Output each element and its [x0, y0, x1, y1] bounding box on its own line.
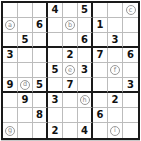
sudoku-cell[interactable]: 3 [3, 48, 18, 63]
given-digit: 3 [52, 95, 59, 105]
circled-letter-marker: d [20, 80, 30, 90]
sudoku-cell[interactable] [123, 63, 138, 78]
given-digit: 5 [22, 35, 29, 45]
sudoku-cell[interactable]: f [108, 63, 123, 78]
given-digit: 7 [67, 80, 74, 90]
sudoku-cell[interactable] [123, 108, 138, 123]
sudoku-cell[interactable] [93, 93, 108, 108]
sudoku-cell[interactable] [123, 18, 138, 33]
sudoku-cell[interactable]: 3 [123, 78, 138, 93]
sudoku-cell[interactable]: 6 [33, 18, 48, 33]
sudoku-cell[interactable] [33, 33, 48, 48]
sudoku-cell[interactable]: 5 [33, 78, 48, 93]
sudoku-cell[interactable]: 5 [48, 63, 63, 78]
sudoku-cell[interactable] [108, 78, 123, 93]
given-digit: 2 [67, 50, 74, 60]
sudoku-cell[interactable] [78, 18, 93, 33]
sudoku-cell[interactable]: 7 [93, 48, 108, 63]
sudoku-cell[interactable]: d [18, 78, 33, 93]
sudoku-cell[interactable] [48, 48, 63, 63]
sudoku-cell[interactable]: 4 [48, 3, 63, 18]
given-digit: 9 [7, 80, 14, 90]
sudoku-cell[interactable] [108, 108, 123, 123]
given-digit: 5 [52, 65, 59, 75]
sudoku-cell[interactable]: 3 [78, 63, 93, 78]
sudoku-cell[interactable] [3, 108, 18, 123]
given-digit: 2 [52, 126, 59, 136]
sudoku-cell[interactable] [18, 108, 33, 123]
sudoku-cell[interactable] [108, 3, 123, 18]
sudoku-cell[interactable] [3, 33, 18, 48]
sudoku-cell[interactable]: 2 [108, 93, 123, 108]
given-digit: 4 [81, 126, 88, 136]
sudoku-cell[interactable] [18, 123, 33, 138]
sudoku-cell[interactable]: i [108, 123, 123, 138]
circled-letter-marker: f [110, 65, 120, 75]
sudoku-cell[interactable] [123, 33, 138, 48]
sudoku-cell[interactable]: 5 [78, 3, 93, 18]
sudoku-cell[interactable] [48, 18, 63, 33]
sudoku-cell[interactable]: h [78, 93, 93, 108]
sudoku-cell[interactable]: 6 [123, 48, 138, 63]
sudoku-cell[interactable]: 8 [33, 108, 48, 123]
sudoku-cell[interactable] [18, 18, 33, 33]
sudoku-cell[interactable] [63, 33, 78, 48]
circled-letter-marker: g [5, 126, 15, 136]
sudoku-cell[interactable]: 9 [18, 93, 33, 108]
sudoku-cell[interactable]: 4 [78, 123, 93, 138]
circled-letter-marker: e [65, 65, 75, 75]
sudoku-cell[interactable] [93, 33, 108, 48]
sudoku-board: 45ca6b156332765e3f9d57393h286g24i [1, 1, 140, 140]
circled-letter-marker: c [126, 5, 136, 15]
given-digit: 6 [127, 50, 134, 60]
sudoku-cell[interactable]: a [3, 18, 18, 33]
circled-letter-marker: b [65, 20, 75, 30]
given-digit: 3 [112, 35, 119, 45]
given-digit: 9 [22, 95, 29, 105]
circled-letter-marker: a [5, 20, 15, 30]
sudoku-cell[interactable] [3, 3, 18, 18]
given-digit: 5 [81, 5, 88, 15]
sudoku-cell[interactable]: 3 [48, 93, 63, 108]
given-digit: 8 [36, 110, 43, 120]
given-digit: 4 [52, 5, 59, 15]
sudoku-cell[interactable]: e [63, 63, 78, 78]
sudoku-cell[interactable] [48, 33, 63, 48]
given-digit: 3 [127, 80, 134, 90]
sudoku-cell[interactable] [93, 78, 108, 93]
sudoku-cell[interactable] [93, 63, 108, 78]
sudoku-cell[interactable] [123, 93, 138, 108]
sudoku-cell[interactable] [48, 78, 63, 93]
sudoku-cell[interactable]: 2 [48, 123, 63, 138]
sudoku-cell[interactable]: b [63, 18, 78, 33]
given-digit: 5 [36, 80, 43, 90]
sudoku-cell[interactable]: 5 [18, 33, 33, 48]
given-digit: 3 [81, 65, 88, 75]
sudoku-cell[interactable] [3, 93, 18, 108]
sudoku-cell[interactable] [33, 93, 48, 108]
sudoku-cell[interactable] [123, 123, 138, 138]
sudoku-cell[interactable] [33, 63, 48, 78]
sudoku-cell[interactable] [33, 48, 48, 63]
sudoku-cell[interactable] [78, 78, 93, 93]
given-digit: 1 [97, 20, 104, 30]
given-digit: 6 [36, 20, 43, 30]
sudoku-cell[interactable] [108, 48, 123, 63]
sudoku-cell[interactable] [78, 48, 93, 63]
sudoku-cell[interactable] [108, 18, 123, 33]
sudoku-cell[interactable] [3, 63, 18, 78]
sudoku-cell[interactable]: 9 [3, 78, 18, 93]
given-digit: 6 [97, 110, 104, 120]
sudoku-cell[interactable] [63, 108, 78, 123]
sudoku-cell[interactable] [93, 3, 108, 18]
sudoku-cell[interactable]: 7 [63, 78, 78, 93]
sudoku-cell[interactable] [93, 123, 108, 138]
sudoku-cell[interactable]: 6 [93, 108, 108, 123]
sudoku-cell[interactable] [78, 108, 93, 123]
sudoku-cell[interactable] [63, 123, 78, 138]
sudoku-cell[interactable]: 3 [108, 33, 123, 48]
sudoku-cell[interactable]: 2 [63, 48, 78, 63]
sudoku-cell[interactable]: c [123, 3, 138, 18]
sudoku-cell[interactable] [48, 108, 63, 123]
sudoku-cell[interactable] [18, 3, 33, 18]
sudoku-cell[interactable] [18, 48, 33, 63]
given-digit: 3 [7, 50, 14, 60]
sudoku-cell[interactable]: 1 [93, 18, 108, 33]
sudoku-cell[interactable]: 6 [78, 33, 93, 48]
sudoku-cell[interactable] [63, 93, 78, 108]
sudoku-cell[interactable]: g [3, 123, 18, 138]
circled-letter-marker: i [110, 126, 120, 136]
sudoku-cell[interactable] [33, 3, 48, 18]
given-digit: 2 [112, 95, 119, 105]
circled-letter-marker: h [80, 95, 90, 105]
given-digit: 6 [81, 35, 88, 45]
sudoku-cell[interactable] [18, 63, 33, 78]
sudoku-cell[interactable] [33, 123, 48, 138]
given-digit: 7 [97, 50, 104, 60]
sudoku-cell[interactable] [63, 3, 78, 18]
page: 45ca6b156332765e3f9d57393h286g24i [0, 0, 141, 141]
